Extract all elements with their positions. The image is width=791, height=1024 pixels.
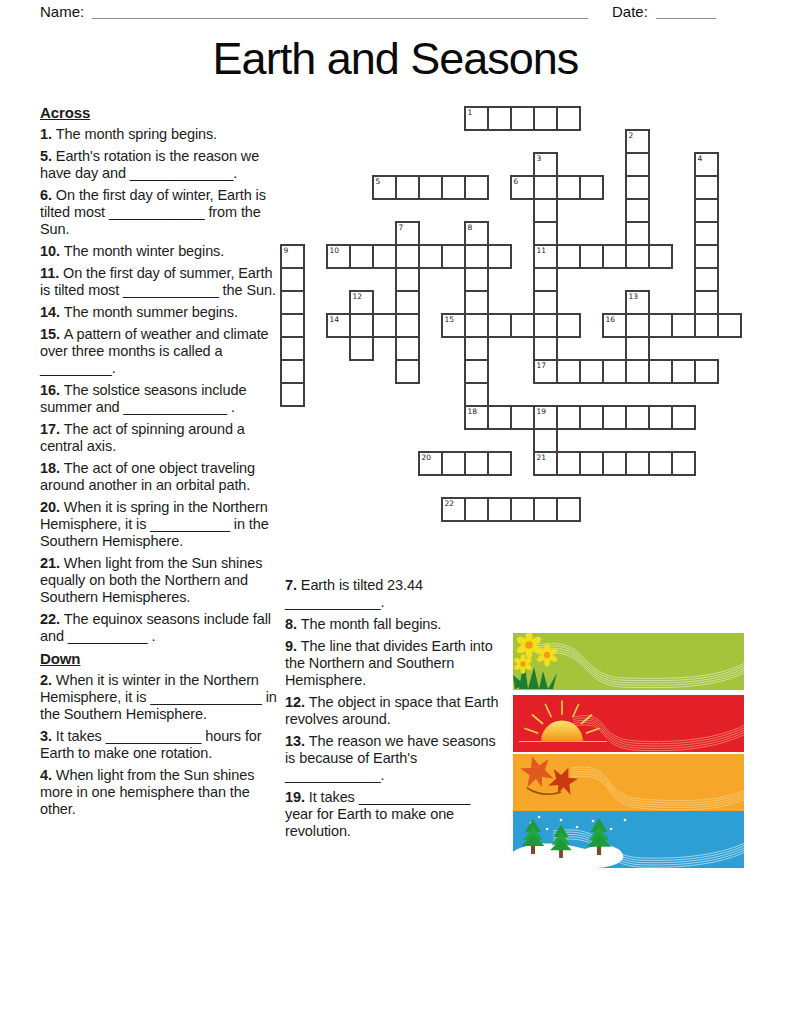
cell-number-11: 11 — [537, 246, 547, 255]
grid-cell-r11-c0[interactable] — [280, 359, 305, 384]
cell-number-2: 2 — [629, 131, 634, 140]
grid-cell-r5-c15[interactable] — [625, 221, 650, 246]
grid-cell-r5-c11[interactable] — [533, 221, 558, 246]
cell-number-12: 12 — [353, 292, 363, 301]
grid-cell-r10-c8[interactable] — [464, 336, 489, 361]
cell-number-14: 14 — [330, 315, 340, 324]
grid-cell-r2-c18[interactable]: 4 — [694, 152, 719, 177]
clue-4: 4. When light from the Sun shines more i… — [40, 767, 286, 818]
grid-cell-r9-c10[interactable] — [510, 313, 535, 338]
cell-number-10: 10 — [330, 246, 340, 255]
grid-cell-r8-c15[interactable]: 13 — [625, 290, 650, 315]
grid-cell-r6-c6[interactable] — [418, 244, 443, 269]
clue-1: 1. The month spring begins. — [40, 126, 286, 143]
cell-number-4: 4 — [698, 154, 703, 163]
grid-cell-r15-c9[interactable] — [487, 451, 512, 476]
grid-cell-r11-c17[interactable] — [671, 359, 696, 384]
snowflake-dots — [530, 816, 627, 831]
cell-number-3: 3 — [537, 154, 542, 163]
grid-cell-r11-c16[interactable] — [648, 359, 673, 384]
clue-21: 21. When light from the Sun shines equal… — [40, 555, 286, 606]
grid-cell-r17-c9[interactable] — [487, 497, 512, 522]
season-banner-winter — [513, 811, 744, 868]
grid-cell-r4-c11[interactable] — [533, 198, 558, 223]
clue-8: 8. The month fall begins. — [285, 616, 499, 633]
grid-cell-r6-c8[interactable] — [464, 244, 489, 269]
grid-cell-r13-c15[interactable] — [625, 405, 650, 430]
grid-cell-r17-c11[interactable] — [533, 497, 558, 522]
grid-cell-r6-c9[interactable] — [487, 244, 512, 269]
cell-number-1: 1 — [468, 108, 473, 117]
grid-cell-r6-c13[interactable] — [579, 244, 604, 269]
grid-cell-r0-c11[interactable] — [533, 106, 558, 131]
cell-number-22: 22 — [445, 499, 455, 508]
grid-cell-r9-c16[interactable] — [648, 313, 673, 338]
grid-cell-r6-c18[interactable] — [694, 244, 719, 269]
grid-cell-r5-c5[interactable]: 7 — [395, 221, 420, 246]
grid-cell-r13-c12[interactable] — [556, 405, 581, 430]
clue-18: 18. The act of one object traveling arou… — [40, 460, 286, 494]
grid-cell-r15-c13[interactable] — [579, 451, 604, 476]
grid-cell-r8-c3[interactable]: 12 — [349, 290, 374, 315]
grid-cell-r6-c14[interactable] — [602, 244, 627, 269]
clue-3: 3. It takes ____________ hours for Earth… — [40, 728, 286, 762]
grid-cell-r13-c16[interactable] — [648, 405, 673, 430]
grid-cell-r3-c12[interactable] — [556, 175, 581, 200]
clue-15: 15. A pattern of weather and climate ove… — [40, 326, 286, 377]
clue-5: 5. Earth's rotation is the reason we hav… — [40, 148, 286, 182]
cell-number-13: 13 — [629, 292, 639, 301]
grid-cell-r13-c8[interactable]: 18 — [464, 405, 489, 430]
grid-cell-r5-c8[interactable]: 8 — [464, 221, 489, 246]
grid-cell-r11-c13[interactable] — [579, 359, 604, 384]
grid-cell-r10-c15[interactable] — [625, 336, 650, 361]
cell-number-18: 18 — [468, 407, 478, 416]
grid-cell-r13-c13[interactable] — [579, 405, 604, 430]
cell-number-19: 19 — [537, 407, 547, 416]
grid-cell-r9-c9[interactable] — [487, 313, 512, 338]
cell-number-16: 16 — [606, 315, 616, 324]
clue-9: 9. The line that divides Earth into the … — [285, 638, 499, 689]
grid-cell-r0-c8[interactable]: 1 — [464, 106, 489, 131]
cell-number-7: 7 — [399, 223, 404, 232]
grid-cell-r1-c15[interactable]: 2 — [625, 129, 650, 154]
clue-12: 12. The object in space that Earth revol… — [285, 694, 499, 728]
cell-number-15: 15 — [445, 315, 455, 324]
grid-cell-r9-c4[interactable] — [372, 313, 397, 338]
right-clue-column: 7. Earth is tilted 23.44 ____________.8.… — [285, 577, 499, 845]
grid-cell-r3-c15[interactable] — [625, 175, 650, 200]
across-heading: Across — [40, 104, 286, 121]
grid-cell-r6-c7[interactable] — [441, 244, 466, 269]
grid-cell-r9-c11[interactable] — [533, 313, 558, 338]
grid-cell-r9-c3[interactable] — [349, 313, 374, 338]
grid-cell-r9-c5[interactable] — [395, 313, 420, 338]
grid-cell-r9-c18[interactable] — [694, 313, 719, 338]
cell-number-20: 20 — [422, 453, 432, 462]
grid-cell-r8-c0[interactable] — [280, 290, 305, 315]
grid-cell-r15-c11[interactable]: 21 — [533, 451, 558, 476]
grid-cell-r10-c0[interactable] — [280, 336, 305, 361]
grid-cell-r3-c7[interactable] — [441, 175, 466, 200]
grid-cell-r7-c5[interactable] — [395, 267, 420, 292]
grid-cell-r15-c7[interactable] — [441, 451, 466, 476]
grid-cell-r9-c7[interactable]: 15 — [441, 313, 466, 338]
grid-cell-r13-c10[interactable] — [510, 405, 535, 430]
grid-cell-r11-c8[interactable] — [464, 359, 489, 384]
grid-cell-r11-c15[interactable] — [625, 359, 650, 384]
grid-cell-r3-c4[interactable]: 5 — [372, 175, 397, 200]
grid-cell-r15-c16[interactable] — [648, 451, 673, 476]
grid-cell-r6-c3[interactable] — [349, 244, 374, 269]
grid-cell-r9-c14[interactable]: 16 — [602, 313, 627, 338]
grid-cell-r15-c17[interactable] — [671, 451, 696, 476]
maple-leaves-icon — [518, 754, 581, 799]
grid-cell-r15-c6[interactable]: 20 — [418, 451, 443, 476]
grid-cell-r6-c5[interactable] — [395, 244, 420, 269]
grid-cell-r6-c16[interactable] — [648, 244, 673, 269]
page-title: Earth and Seasons — [0, 33, 791, 85]
grid-cell-r0-c12[interactable] — [556, 106, 581, 131]
date-blank-line — [656, 4, 716, 19]
worksheet-page: Name: Date: Earth and Seasons Across 1. … — [0, 0, 791, 1024]
grid-cell-r9-c15[interactable] — [625, 313, 650, 338]
date-label: Date: — [612, 3, 648, 20]
grid-cell-r8-c5[interactable] — [395, 290, 420, 315]
grid-cell-r17-c7[interactable]: 22 — [441, 497, 466, 522]
grid-cell-r14-c11[interactable] — [533, 428, 558, 453]
cell-number-9: 9 — [284, 246, 289, 255]
grid-cell-r6-c4[interactable] — [372, 244, 397, 269]
grid-cell-r9-c8[interactable] — [464, 313, 489, 338]
grid-cell-r9-c12[interactable] — [556, 313, 581, 338]
name-blank-line — [92, 4, 588, 19]
grid-cell-r11-c5[interactable] — [395, 359, 420, 384]
clue-22: 22. The equinox seasons include fall and… — [40, 611, 286, 645]
clue-7: 7. Earth is tilted 23.44 ____________. — [285, 577, 499, 611]
grid-cell-r2-c15[interactable] — [625, 152, 650, 177]
grid-cell-r8-c11[interactable] — [533, 290, 558, 315]
grid-cell-r3-c18[interactable] — [694, 175, 719, 200]
grid-cell-r0-c9[interactable] — [487, 106, 512, 131]
grid-cell-r13-c14[interactable] — [602, 405, 627, 430]
grid-cell-r17-c12[interactable] — [556, 497, 581, 522]
clue-13: 13. The reason we have seasons is becaus… — [285, 733, 499, 784]
cell-number-8: 8 — [468, 223, 473, 232]
grid-cell-r15-c8[interactable] — [464, 451, 489, 476]
clue-6: 6. On the first day of winter, Earth is … — [40, 187, 286, 238]
grid-cell-r4-c18[interactable] — [694, 198, 719, 223]
grid-cell-r3-c6[interactable] — [418, 175, 443, 200]
grid-cell-r11-c12[interactable] — [556, 359, 581, 384]
winter-scene-icon — [513, 816, 626, 868]
grid-cell-r12-c0[interactable] — [280, 382, 305, 407]
grid-cell-r11-c14[interactable] — [602, 359, 627, 384]
grid-cell-r2-c11[interactable]: 3 — [533, 152, 558, 177]
down-clue-list-left: 2. When it is winter in the Northern Hem… — [40, 672, 286, 818]
season-banner-autumn — [513, 754, 744, 811]
grid-cell-r6-c0[interactable]: 9 — [280, 244, 305, 269]
grid-cell-r7-c8[interactable] — [464, 267, 489, 292]
grid-cell-r6-c12[interactable] — [556, 244, 581, 269]
grid-cell-r13-c11[interactable]: 19 — [533, 405, 558, 430]
across-clue-list: 1. The month spring begins.5. Earth's ro… — [40, 126, 286, 645]
grid-cell-r11-c11[interactable]: 17 — [533, 359, 558, 384]
wave-decoration — [571, 767, 744, 810]
grid-cell-r9-c17[interactable] — [671, 313, 696, 338]
grid-cell-r9-c0[interactable] — [280, 313, 305, 338]
name-label: Name: — [40, 3, 84, 20]
grid-cell-r6-c2[interactable]: 10 — [326, 244, 351, 269]
wave-decoration — [537, 643, 744, 687]
grid-cell-r8-c8[interactable] — [464, 290, 489, 315]
clue-11: 11. On the first day of summer, Earth is… — [40, 265, 286, 299]
season-banner-spring — [513, 633, 744, 690]
crossword-grid: 12345678910111213141516171819202122 — [280, 106, 742, 522]
season-banner-summer — [513, 695, 744, 752]
grid-cell-r3-c5[interactable] — [395, 175, 420, 200]
grid-cell-r3-c8[interactable] — [464, 175, 489, 200]
grid-cell-r15-c12[interactable] — [556, 451, 581, 476]
clue-2: 2. When it is winter in the Northern Hem… — [40, 672, 286, 723]
grid-cell-r10-c11[interactable] — [533, 336, 558, 361]
grid-cell-r8-c18[interactable] — [694, 290, 719, 315]
grid-cell-r0-c10[interactable] — [510, 106, 535, 131]
down-heading: Down — [40, 650, 286, 667]
grid-cell-r12-c8[interactable] — [464, 382, 489, 407]
clue-19: 19. It takes ______________ year for Ear… — [285, 789, 499, 840]
grid-cell-r10-c5[interactable] — [395, 336, 420, 361]
grid-cell-r15-c15[interactable] — [625, 451, 650, 476]
grid-cell-r3-c11[interactable] — [533, 175, 558, 200]
grid-cell-r4-c15[interactable] — [625, 198, 650, 223]
cell-number-6: 6 — [514, 177, 519, 186]
grid-cell-r17-c8[interactable] — [464, 497, 489, 522]
wave-decoration — [573, 716, 744, 751]
clue-16: 16. The solstice seasons include summer … — [40, 382, 286, 416]
clue-20: 20. When it is spring in the Northern He… — [40, 499, 286, 550]
grid-cell-r9-c2[interactable]: 14 — [326, 313, 351, 338]
cell-number-5: 5 — [376, 177, 381, 186]
down-clue-list-right: 7. Earth is tilted 23.44 ____________.8.… — [285, 577, 499, 840]
grid-cell-r3-c13[interactable] — [579, 175, 604, 200]
grid-cell-r7-c18[interactable] — [694, 267, 719, 292]
daffodil-flowers-icon — [513, 633, 558, 689]
grid-cell-r17-c10[interactable] — [510, 497, 535, 522]
cell-number-17: 17 — [537, 361, 547, 370]
grid-cell-r15-c14[interactable] — [602, 451, 627, 476]
clue-17: 17. The act of spinning around a central… — [40, 421, 286, 455]
cell-number-21: 21 — [537, 453, 547, 462]
grid-cell-r10-c3[interactable] — [349, 336, 374, 361]
grid-cell-r9-c19[interactable] — [717, 313, 742, 338]
clue-14: 14. The month summer begins. — [40, 304, 286, 321]
grid-cell-r7-c11[interactable] — [533, 267, 558, 292]
grid-cell-r13-c17[interactable] — [671, 405, 696, 430]
clue-10: 10. The month winter begins. — [40, 243, 286, 260]
grid-cell-r13-c9[interactable] — [487, 405, 512, 430]
left-clue-column: Across 1. The month spring begins.5. Ear… — [40, 104, 286, 823]
grid-cell-r3-c10[interactable]: 6 — [510, 175, 535, 200]
grid-cell-r7-c0[interactable] — [280, 267, 305, 292]
grid-cell-r6-c15[interactable] — [625, 244, 650, 269]
grid-cell-r6-c11[interactable]: 11 — [533, 244, 558, 269]
grid-cell-r5-c18[interactable] — [694, 221, 719, 246]
grid-cell-r11-c18[interactable] — [694, 359, 719, 384]
